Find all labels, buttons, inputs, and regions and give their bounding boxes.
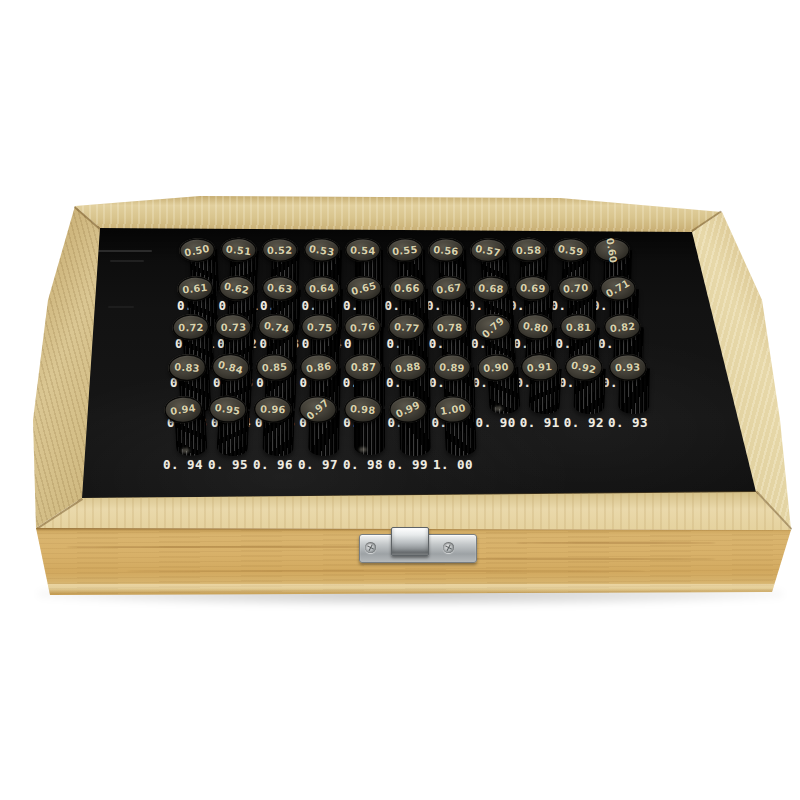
pin-size-engraving: 0.54 (350, 244, 376, 256)
pin-0.95: 0.95 (206, 394, 253, 456)
pin-0.91: 0.91 (518, 352, 565, 414)
pin-size-engraving: 0.63 (266, 282, 292, 295)
pin-size-engraving: 0.72 (177, 321, 203, 332)
pin-size-engraving: 0.95 (214, 401, 241, 416)
pin-size-engraving: 0.51 (225, 243, 251, 257)
pin-size-engraving: 0.53 (308, 243, 335, 258)
pin-size-engraving: 0.56 (433, 244, 459, 257)
pin-top-face: 0.60 (594, 238, 630, 263)
pin-top-face: 0.96 (253, 395, 292, 423)
pin-size-engraving: 0.82 (609, 320, 635, 334)
pin-0.96: 0.96 (252, 395, 298, 456)
pin-size-engraving: 0.58 (516, 244, 542, 256)
pin-top-face: 0.99 (389, 395, 427, 423)
pin-size-engraving: 0.89 (439, 361, 465, 373)
wood-grain (126, 570, 646, 572)
pin-top-face: 0.64 (304, 275, 340, 301)
pin-size-engraving: 0.61 (182, 281, 208, 295)
pin-0.97: 0.97 (298, 395, 343, 455)
pin-top-face: 0.91 (520, 352, 559, 381)
pin-size-engraving: 0.67 (436, 281, 463, 295)
pin-0.94: 0.94 (164, 394, 211, 456)
pin-top-face: 0.93 (609, 353, 647, 381)
pin-size-engraving: 0.59 (557, 243, 584, 257)
pin-0.98: 0.98 (344, 396, 388, 456)
pin-top-face: 0.53 (303, 238, 339, 263)
pin-top-face: 0.89 (432, 353, 471, 381)
pin-size-engraving: 0.66 (394, 283, 419, 294)
pin-size-engraving: 0.81 (566, 321, 592, 332)
pin-size-engraving: 1.00 (440, 402, 467, 417)
pin-size-engraving: 0.71 (604, 277, 632, 299)
pin-size-engraving: 0.74 (263, 319, 290, 334)
pin-top-face: 0.82 (603, 314, 640, 341)
pin-top-face: 0.97 (299, 395, 337, 423)
pin-top-face: 0.95 (208, 394, 247, 423)
pin-size-engraving: 0.75 (307, 321, 333, 333)
latch-screw-left (365, 542, 376, 553)
pin-grid: 0.500.510.520.530.540.550.560.570.580.59… (0, 0, 800, 800)
pin-top-face: 0.88 (388, 353, 426, 381)
pin-size-engraving: 0.92 (570, 359, 597, 375)
pin-0.90: 0.90 (476, 352, 523, 414)
pin-size-engraving: 0.80 (522, 320, 549, 334)
pin-size-engraving: 0.70 (562, 282, 588, 295)
pin-size-engraving: 0.69 (520, 282, 546, 294)
pin-size-engraving: 0.97 (305, 396, 331, 421)
pin-size-engraving: 0.91 (526, 360, 552, 373)
pin-size-engraving: 0.65 (350, 279, 377, 296)
pin-size-engraving: 0.88 (394, 360, 421, 374)
pin-1.00: 1.00 (434, 395, 480, 456)
wood-grain (516, 542, 716, 544)
pin-top-face: 0.59 (552, 237, 589, 262)
pin-size-engraving: 0.99 (394, 399, 422, 420)
pin-top-face: 0.87 (344, 354, 382, 381)
pin-top-face: 0.77 (387, 314, 424, 341)
box-bottom-edge (44, 584, 784, 593)
pin-0.99: 0.99 (389, 395, 434, 455)
pin-top-face: 0.85 (256, 353, 295, 381)
pin-size-engraving: 0.76 (350, 320, 376, 333)
pin-size-engraving: 0.83 (174, 361, 200, 374)
pin-top-face: 0.66 (388, 275, 424, 301)
pin-top-face: 0.55 (386, 238, 422, 263)
pin-0.92: 0.92 (563, 353, 609, 414)
pin-size-engraving: 0.85 (262, 361, 288, 373)
pin-size-engraving: 0.77 (393, 320, 419, 333)
pin-top-face: 0.54 (345, 238, 381, 262)
pin-top-face: 0.70 (557, 275, 594, 301)
pin-size-engraving: 0.87 (351, 362, 376, 373)
pin-size-engraving: 0.96 (260, 403, 286, 415)
pin-size-engraving: 0.52 (267, 244, 293, 255)
pin-top-face: 0.84 (211, 352, 250, 381)
pin-size-engraving: 0.55 (391, 243, 417, 256)
pin-size-engraving: 0.93 (615, 361, 641, 372)
pin-size-engraving: 0.50 (184, 242, 211, 258)
pin-size-engraving: 0.68 (478, 282, 504, 294)
pin-size-engraving: 0.94 (170, 402, 197, 416)
pin-size-engraving: 0.86 (306, 360, 333, 374)
wood-grain (66, 546, 396, 548)
pin-top-face: 0.63 (261, 275, 298, 301)
latch-screw-right (443, 542, 454, 553)
pin-size-engraving: 0.62 (224, 280, 251, 296)
pin-top-face: 0.71 (600, 275, 636, 301)
pin-0.93: 0.93 (608, 353, 653, 413)
pin-size-engraving: 0.90 (483, 361, 509, 374)
pin-size-engraving: 0.60 (605, 237, 620, 264)
pin-size-engraving: 0.84 (217, 358, 244, 375)
pin-size-engraving: 0.64 (309, 282, 335, 294)
pin-size-engraving: 0.57 (474, 242, 501, 258)
pin-top-face: 0.92 (564, 353, 603, 381)
pin-top-face: 0.76 (344, 314, 381, 340)
pin-size-engraving: 0.79 (479, 315, 505, 340)
pin-top-face: 0.51 (220, 237, 257, 263)
pin-top-face: 0.86 (300, 353, 338, 381)
pin-size-engraving: 0.78 (436, 321, 462, 333)
pin-size-engraving: 0.73 (220, 321, 246, 332)
latch-clasp (391, 527, 429, 556)
pin-top-face: 0.65 (346, 276, 382, 301)
pin-gauge-set-photo: 0. 500. 510. 520. 530. 540. 550. 560. 57… (0, 0, 800, 800)
pin-size-engraving: 0.98 (350, 402, 376, 415)
pin-top-face: 0.98 (344, 396, 382, 423)
